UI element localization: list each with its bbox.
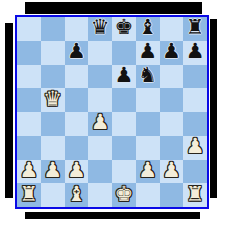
black-pawn: ♟: [114, 64, 133, 87]
square-a5[interactable]: [17, 88, 41, 112]
white-king: ♚: [114, 183, 133, 206]
square-c8[interactable]: [65, 17, 89, 41]
square-g6[interactable]: [160, 65, 184, 89]
white-pawn: ♟: [91, 111, 110, 134]
square-h8[interactable]: ♜: [183, 17, 207, 41]
square-b5[interactable]: ♛: [41, 88, 65, 112]
black-pawn: ♟: [67, 40, 86, 63]
square-f2[interactable]: ♟: [136, 160, 160, 184]
square-c1[interactable]: ♝: [65, 183, 89, 207]
square-a8[interactable]: [17, 17, 41, 41]
square-g4[interactable]: [160, 112, 184, 136]
chess-diagram: ♛♚♝♜♟♟♟♟♟♞♛♟♟♟♟♟♟♟♜♝♚♜: [0, 0, 225, 225]
board-shadow-bottom: [25, 212, 200, 219]
square-f8[interactable]: ♝: [136, 17, 160, 41]
square-h5[interactable]: [183, 88, 207, 112]
square-d2[interactable]: [88, 160, 112, 184]
square-f4[interactable]: [136, 112, 160, 136]
white-pawn: ♟: [186, 135, 205, 158]
square-d1[interactable]: [88, 183, 112, 207]
square-a4[interactable]: [17, 112, 41, 136]
white-pawn: ♟: [19, 159, 38, 182]
square-f1[interactable]: [136, 183, 160, 207]
square-e8[interactable]: ♚: [112, 17, 136, 41]
square-a7[interactable]: [17, 41, 41, 65]
black-king: ♚: [114, 16, 133, 39]
square-b8[interactable]: [41, 17, 65, 41]
square-c2[interactable]: ♟: [65, 160, 89, 184]
black-pawn: ♟: [186, 40, 205, 63]
square-a1[interactable]: ♜: [17, 183, 41, 207]
white-rook: ♜: [186, 183, 205, 206]
square-c4[interactable]: [65, 112, 89, 136]
square-g8[interactable]: [160, 17, 184, 41]
square-d6[interactable]: [88, 65, 112, 89]
square-e5[interactable]: [112, 88, 136, 112]
square-f6[interactable]: ♞: [136, 65, 160, 89]
square-h2[interactable]: [183, 160, 207, 184]
square-e6[interactable]: ♟: [112, 65, 136, 89]
square-b7[interactable]: [41, 41, 65, 65]
board-shadow-left: [5, 23, 13, 198]
white-pawn: ♟: [43, 159, 62, 182]
square-a2[interactable]: ♟: [17, 160, 41, 184]
white-queen: ♛: [43, 88, 62, 111]
square-g2[interactable]: ♟: [160, 160, 184, 184]
square-d4[interactable]: ♟: [88, 112, 112, 136]
square-g3[interactable]: [160, 136, 184, 160]
black-knight: ♞: [138, 64, 157, 87]
square-e1[interactable]: ♚: [112, 183, 136, 207]
square-d3[interactable]: [88, 136, 112, 160]
white-pawn: ♟: [67, 159, 86, 182]
square-f5[interactable]: [136, 88, 160, 112]
square-c6[interactable]: [65, 65, 89, 89]
square-h7[interactable]: ♟: [183, 41, 207, 65]
square-c7[interactable]: ♟: [65, 41, 89, 65]
square-h3[interactable]: ♟: [183, 136, 207, 160]
white-pawn: ♟: [162, 159, 181, 182]
square-g5[interactable]: [160, 88, 184, 112]
black-rook: ♜: [186, 16, 205, 39]
square-g1[interactable]: [160, 183, 184, 207]
square-c3[interactable]: [65, 136, 89, 160]
chess-board: ♛♚♝♜♟♟♟♟♟♞♛♟♟♟♟♟♟♟♜♝♚♜: [15, 15, 209, 209]
square-f3[interactable]: [136, 136, 160, 160]
square-d5[interactable]: [88, 88, 112, 112]
black-queen: ♛: [91, 16, 110, 39]
square-a3[interactable]: [17, 136, 41, 160]
black-pawn: ♟: [162, 40, 181, 63]
white-pawn: ♟: [138, 159, 157, 182]
square-f7[interactable]: ♟: [136, 41, 160, 65]
square-b4[interactable]: [41, 112, 65, 136]
black-pawn: ♟: [138, 40, 157, 63]
square-c5[interactable]: [65, 88, 89, 112]
square-e7[interactable]: [112, 41, 136, 65]
square-h1[interactable]: ♜: [183, 183, 207, 207]
board-shadow-top: [25, 2, 202, 14]
square-h4[interactable]: [183, 112, 207, 136]
white-bishop: ♝: [67, 183, 86, 206]
square-b3[interactable]: [41, 136, 65, 160]
square-e4[interactable]: [112, 112, 136, 136]
square-b2[interactable]: ♟: [41, 160, 65, 184]
square-e2[interactable]: [112, 160, 136, 184]
square-e3[interactable]: [112, 136, 136, 160]
square-a6[interactable]: [17, 65, 41, 89]
square-g7[interactable]: ♟: [160, 41, 184, 65]
square-d7[interactable]: [88, 41, 112, 65]
square-h6[interactable]: [183, 65, 207, 89]
black-bishop: ♝: [138, 16, 157, 39]
board-shadow-right: [210, 19, 217, 198]
square-b1[interactable]: [41, 183, 65, 207]
square-b6[interactable]: [41, 65, 65, 89]
white-rook: ♜: [19, 183, 38, 206]
square-d8[interactable]: ♛: [88, 17, 112, 41]
